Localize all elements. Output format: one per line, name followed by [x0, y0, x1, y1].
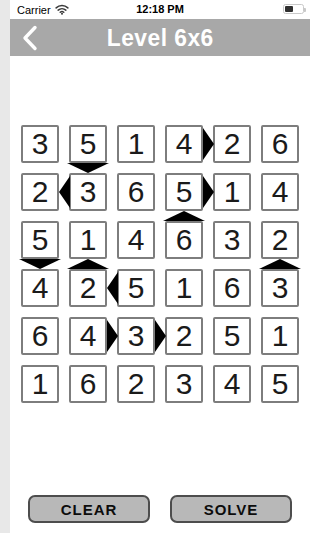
cell-r1c3[interactable]: 1	[117, 125, 155, 163]
cell-r6c1[interactable]: 1	[21, 365, 59, 403]
inequality-marker	[107, 272, 118, 304]
inequality-marker	[67, 259, 109, 269]
inequality-marker	[155, 320, 166, 352]
inequality-marker	[59, 176, 70, 208]
cell-r4c6[interactable]: 3	[261, 269, 299, 307]
cell-r4c2[interactable]: 2	[69, 269, 107, 307]
cell-r5c5[interactable]: 5	[213, 317, 251, 355]
cell-r5c2[interactable]: 4	[69, 317, 107, 355]
cell-r3c3[interactable]: 4	[117, 221, 155, 259]
nav-bar: Level 6x6	[10, 19, 310, 56]
inequality-marker	[67, 163, 109, 173]
cell-r5c4[interactable]: 2	[165, 317, 203, 355]
cell-r1c5[interactable]: 2	[213, 125, 251, 163]
cell-r4c1[interactable]: 4	[21, 269, 59, 307]
cell-r4c3[interactable]: 5	[117, 269, 155, 307]
cell-r3c4[interactable]: 6	[165, 221, 203, 259]
wifi-icon	[55, 4, 69, 15]
cell-r1c6[interactable]: 6	[261, 125, 299, 163]
back-button[interactable]	[16, 19, 44, 56]
solve-button[interactable]: SOLVE	[170, 495, 292, 523]
inequality-marker	[259, 259, 301, 269]
cell-r1c4[interactable]: 4	[165, 125, 203, 163]
battery-icon	[283, 4, 304, 14]
chevron-left-icon	[22, 25, 38, 51]
status-bar: Carrier 12:18 PM	[10, 0, 310, 19]
page-title: Level 6x6	[107, 24, 214, 52]
cell-r4c4[interactable]: 1	[165, 269, 203, 307]
cell-r6c5[interactable]: 4	[213, 365, 251, 403]
inequality-marker	[203, 176, 214, 208]
cell-r2c1[interactable]: 2	[21, 173, 59, 211]
cell-r2c3[interactable]: 6	[117, 173, 155, 211]
cell-r4c5[interactable]: 6	[213, 269, 251, 307]
clear-button[interactable]: CLEAR	[28, 495, 150, 523]
cell-r3c2[interactable]: 1	[69, 221, 107, 259]
app-screen: Carrier 12:18 PM Level 6x6 3514262365145…	[10, 0, 310, 533]
board: 351426236514514632425163643251162345	[21, 125, 299, 403]
status-time: 12:18 PM	[136, 0, 184, 19]
inequality-marker	[163, 211, 205, 221]
cell-r6c2[interactable]: 6	[69, 365, 107, 403]
battery-nub	[304, 8, 306, 12]
cell-r3c6[interactable]: 2	[261, 221, 299, 259]
cell-r5c6[interactable]: 1	[261, 317, 299, 355]
cell-r1c1[interactable]: 3	[21, 125, 59, 163]
inequality-marker	[19, 259, 61, 269]
status-left: Carrier	[17, 0, 69, 19]
cell-r3c1[interactable]: 5	[21, 221, 59, 259]
cell-r2c2[interactable]: 3	[69, 173, 107, 211]
cell-r3c5[interactable]: 3	[213, 221, 251, 259]
cell-r5c1[interactable]: 6	[21, 317, 59, 355]
cell-r5c3[interactable]: 3	[117, 317, 155, 355]
cell-r1c2[interactable]: 5	[69, 125, 107, 163]
battery-fill	[285, 6, 293, 12]
cell-r6c4[interactable]: 3	[165, 365, 203, 403]
carrier-label: Carrier	[17, 4, 51, 16]
inequality-marker	[107, 320, 118, 352]
inequality-marker	[203, 128, 214, 160]
cell-r2c5[interactable]: 1	[213, 173, 251, 211]
cell-r2c4[interactable]: 5	[165, 173, 203, 211]
cell-r6c6[interactable]: 5	[261, 365, 299, 403]
cell-r6c3[interactable]: 2	[117, 365, 155, 403]
cell-r2c6[interactable]: 4	[261, 173, 299, 211]
status-right	[283, 4, 304, 14]
